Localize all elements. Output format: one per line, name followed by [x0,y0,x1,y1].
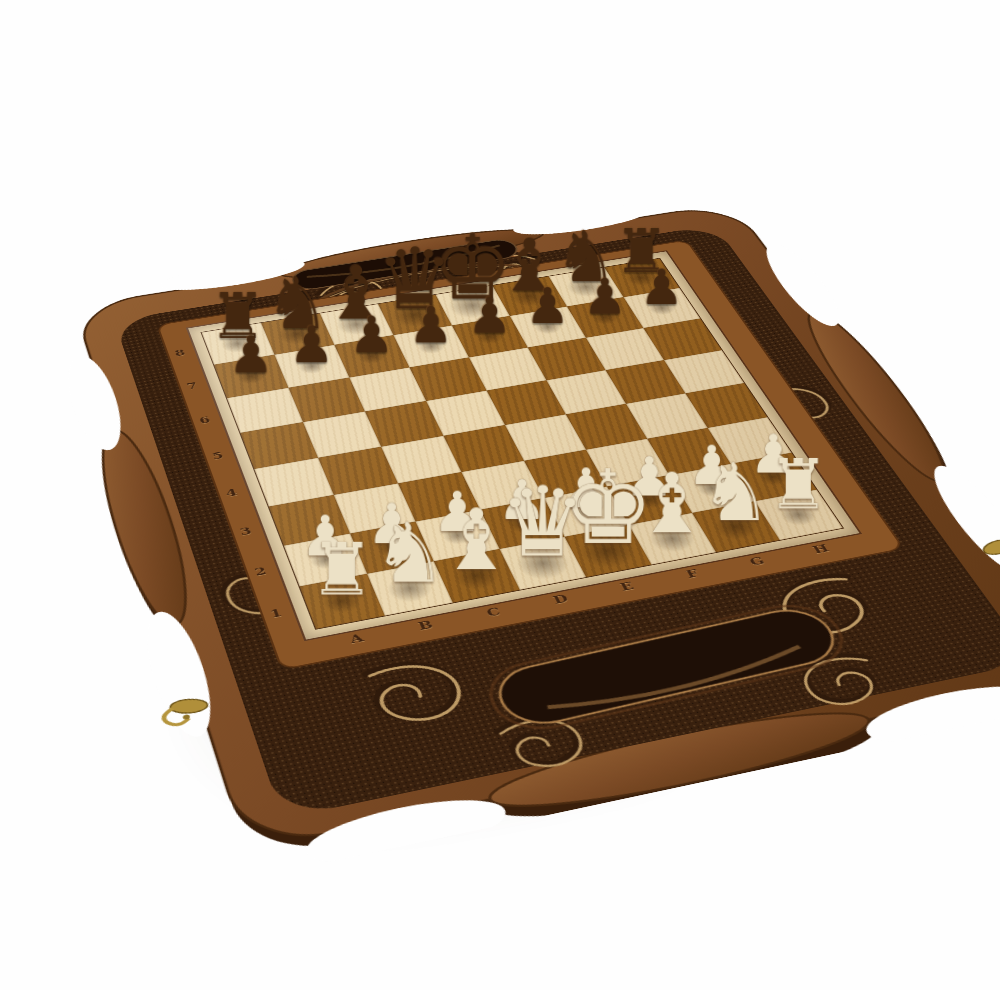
board-plane: ABCDEFGH87654321♜♞♝♛♚♝♞♜♟♟♟♟♟♟♟♟♟♟♟♟♟♟♟♟… [33,185,1000,888]
piece-glyph: ♟ [193,330,310,381]
piece-glyph: ♜ [276,534,408,606]
product-photo-backdrop: ABCDEFGH87654321♜♞♝♛♚♝♞♜♟♟♟♟♟♟♟♟♟♟♟♟♟♟♟♟… [0,0,1000,990]
